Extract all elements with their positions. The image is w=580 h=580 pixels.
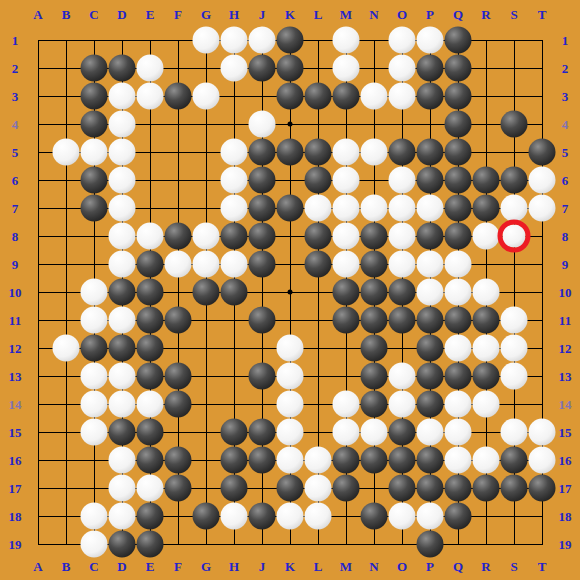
black-stone[interactable] — [137, 447, 164, 474]
black-stone[interactable] — [221, 447, 248, 474]
white-stone[interactable] — [277, 335, 304, 362]
black-stone[interactable] — [193, 503, 220, 530]
white-stone[interactable] — [53, 139, 80, 166]
row-label: 10 — [9, 286, 22, 299]
column-label: M — [340, 8, 352, 21]
white-stone[interactable] — [193, 83, 220, 110]
black-stone[interactable] — [445, 83, 472, 110]
white-stone[interactable] — [81, 279, 108, 306]
black-stone[interactable] — [165, 475, 192, 502]
black-stone[interactable] — [417, 335, 444, 362]
white-stone[interactable] — [81, 531, 108, 558]
column-label: R — [481, 560, 490, 573]
white-stone[interactable] — [473, 279, 500, 306]
white-stone[interactable] — [417, 195, 444, 222]
column-label: R — [481, 8, 490, 21]
white-stone[interactable] — [81, 391, 108, 418]
black-stone[interactable] — [389, 475, 416, 502]
black-stone[interactable] — [277, 55, 304, 82]
column-label: B — [62, 560, 71, 573]
white-stone[interactable] — [81, 503, 108, 530]
column-label: P — [426, 8, 434, 21]
black-stone[interactable] — [473, 195, 500, 222]
white-stone[interactable] — [305, 447, 332, 474]
white-stone[interactable] — [361, 195, 388, 222]
white-stone[interactable] — [389, 55, 416, 82]
row-label: 2 — [562, 62, 569, 75]
row-label: 1 — [562, 34, 569, 47]
black-stone[interactable] — [221, 279, 248, 306]
white-stone[interactable] — [221, 27, 248, 54]
black-stone[interactable] — [221, 419, 248, 446]
white-stone[interactable] — [389, 83, 416, 110]
row-label: 3 — [12, 90, 19, 103]
white-stone[interactable] — [417, 503, 444, 530]
column-label: A — [33, 560, 42, 573]
column-label: E — [146, 8, 155, 21]
black-stone[interactable] — [417, 475, 444, 502]
black-stone[interactable] — [305, 139, 332, 166]
white-stone[interactable] — [361, 139, 388, 166]
black-stone[interactable] — [305, 83, 332, 110]
column-label: Q — [453, 560, 463, 573]
row-label: 8 — [562, 230, 569, 243]
white-stone[interactable] — [389, 363, 416, 390]
black-stone[interactable] — [417, 447, 444, 474]
row-label: 3 — [562, 90, 569, 103]
white-stone[interactable] — [221, 195, 248, 222]
black-stone[interactable] — [445, 139, 472, 166]
black-stone[interactable] — [305, 167, 332, 194]
black-stone[interactable] — [473, 475, 500, 502]
white-stone[interactable] — [473, 391, 500, 418]
column-label: C — [89, 560, 98, 573]
white-stone[interactable] — [389, 195, 416, 222]
black-stone[interactable] — [81, 83, 108, 110]
black-stone[interactable] — [501, 447, 528, 474]
white-stone[interactable] — [333, 391, 360, 418]
white-stone[interactable] — [277, 363, 304, 390]
white-stone[interactable] — [445, 391, 472, 418]
column-label: B — [62, 8, 71, 21]
white-stone[interactable] — [277, 503, 304, 530]
row-label: 7 — [562, 202, 569, 215]
white-stone[interactable] — [221, 167, 248, 194]
black-stone[interactable] — [473, 167, 500, 194]
column-label: S — [510, 560, 517, 573]
row-label: 5 — [12, 146, 19, 159]
black-stone[interactable] — [417, 307, 444, 334]
black-stone[interactable] — [109, 335, 136, 362]
star-point-icon — [288, 290, 293, 295]
black-stone[interactable] — [277, 83, 304, 110]
white-stone[interactable] — [389, 27, 416, 54]
black-stone[interactable] — [333, 475, 360, 502]
row-label: 17 — [559, 482, 572, 495]
black-stone[interactable] — [361, 335, 388, 362]
white-stone[interactable] — [473, 223, 500, 250]
black-stone[interactable] — [137, 251, 164, 278]
row-label: 12 — [559, 342, 572, 355]
column-label: D — [117, 8, 126, 21]
white-stone[interactable] — [333, 27, 360, 54]
black-stone[interactable] — [445, 167, 472, 194]
row-label: 18 — [559, 510, 572, 523]
black-stone[interactable] — [305, 223, 332, 250]
column-label: D — [117, 560, 126, 573]
white-stone[interactable] — [333, 195, 360, 222]
white-stone[interactable] — [529, 447, 556, 474]
black-stone[interactable] — [389, 419, 416, 446]
row-label: 14 — [9, 398, 22, 411]
white-stone[interactable] — [109, 447, 136, 474]
black-stone[interactable] — [417, 139, 444, 166]
black-stone[interactable] — [137, 503, 164, 530]
white-stone[interactable] — [501, 307, 528, 334]
black-stone[interactable] — [417, 363, 444, 390]
white-stone[interactable] — [389, 167, 416, 194]
black-stone[interactable] — [249, 167, 276, 194]
black-stone[interactable] — [389, 279, 416, 306]
black-stone[interactable] — [333, 83, 360, 110]
white-stone[interactable] — [501, 335, 528, 362]
column-label: N — [369, 8, 378, 21]
white-stone[interactable] — [501, 195, 528, 222]
white-stone[interactable] — [109, 83, 136, 110]
white-stone[interactable] — [529, 167, 556, 194]
white-stone[interactable] — [445, 251, 472, 278]
white-stone[interactable] — [445, 279, 472, 306]
black-stone[interactable] — [277, 195, 304, 222]
row-label: 16 — [9, 454, 22, 467]
column-label: H — [229, 560, 239, 573]
black-stone[interactable] — [137, 307, 164, 334]
row-label: 14 — [559, 398, 572, 411]
white-stone[interactable] — [109, 139, 136, 166]
black-stone[interactable] — [81, 111, 108, 138]
row-label: 6 — [562, 174, 569, 187]
black-stone[interactable] — [81, 55, 108, 82]
black-stone[interactable] — [389, 139, 416, 166]
white-stone[interactable] — [333, 223, 360, 250]
white-stone[interactable] — [137, 391, 164, 418]
row-label: 16 — [559, 454, 572, 467]
column-label: C — [89, 8, 98, 21]
row-label: 4 — [12, 118, 19, 131]
white-stone[interactable] — [109, 307, 136, 334]
black-stone[interactable] — [529, 139, 556, 166]
white-stone[interactable] — [193, 27, 220, 54]
white-stone[interactable] — [333, 167, 360, 194]
black-stone[interactable] — [529, 475, 556, 502]
black-stone[interactable] — [473, 363, 500, 390]
row-label: 12 — [9, 342, 22, 355]
black-stone[interactable] — [333, 279, 360, 306]
white-stone[interactable] — [361, 419, 388, 446]
white-stone[interactable] — [109, 391, 136, 418]
black-stone[interactable] — [137, 335, 164, 362]
white-stone[interactable] — [305, 195, 332, 222]
black-stone[interactable] — [249, 447, 276, 474]
black-stone[interactable] — [249, 195, 276, 222]
white-stone[interactable] — [277, 391, 304, 418]
black-stone[interactable] — [417, 223, 444, 250]
white-stone[interactable] — [417, 419, 444, 446]
column-label: H — [229, 8, 239, 21]
black-stone[interactable] — [109, 55, 136, 82]
column-label: F — [174, 8, 182, 21]
white-stone[interactable] — [417, 27, 444, 54]
black-stone[interactable] — [277, 475, 304, 502]
row-label: 19 — [9, 538, 22, 551]
black-stone[interactable] — [417, 391, 444, 418]
column-label: P — [426, 560, 434, 573]
black-stone[interactable] — [277, 139, 304, 166]
row-label: 15 — [559, 426, 572, 439]
white-stone[interactable] — [361, 83, 388, 110]
black-stone[interactable] — [361, 363, 388, 390]
column-label: A — [33, 8, 42, 21]
column-label: J — [259, 560, 266, 573]
white-stone[interactable] — [389, 223, 416, 250]
white-stone[interactable] — [221, 139, 248, 166]
black-stone[interactable] — [137, 419, 164, 446]
white-stone[interactable] — [137, 475, 164, 502]
row-label: 13 — [9, 370, 22, 383]
white-stone[interactable] — [333, 251, 360, 278]
black-stone[interactable] — [249, 363, 276, 390]
white-stone[interactable] — [389, 503, 416, 530]
black-stone[interactable] — [165, 447, 192, 474]
white-stone[interactable] — [165, 251, 192, 278]
column-label: N — [369, 560, 378, 573]
row-label: 9 — [562, 258, 569, 271]
black-stone[interactable] — [165, 83, 192, 110]
black-stone[interactable] — [249, 419, 276, 446]
row-label: 5 — [562, 146, 569, 159]
black-stone[interactable] — [221, 475, 248, 502]
black-stone[interactable] — [305, 251, 332, 278]
white-stone[interactable] — [473, 447, 500, 474]
white-stone[interactable] — [109, 223, 136, 250]
white-stone[interactable] — [249, 27, 276, 54]
column-label: T — [538, 8, 547, 21]
white-stone[interactable] — [333, 55, 360, 82]
white-stone[interactable] — [417, 251, 444, 278]
column-label: G — [201, 560, 211, 573]
row-label: 6 — [12, 174, 19, 187]
row-label: 19 — [559, 538, 572, 551]
row-label: 17 — [9, 482, 22, 495]
column-label: J — [259, 8, 266, 21]
row-label: 13 — [559, 370, 572, 383]
black-stone[interactable] — [221, 223, 248, 250]
black-stone[interactable] — [165, 223, 192, 250]
last-move-stone[interactable] — [498, 220, 531, 253]
white-stone[interactable] — [333, 139, 360, 166]
black-stone[interactable] — [417, 531, 444, 558]
black-stone[interactable] — [81, 167, 108, 194]
white-stone[interactable] — [277, 419, 304, 446]
white-stone[interactable] — [53, 335, 80, 362]
black-stone[interactable] — [361, 307, 388, 334]
white-stone[interactable] — [81, 307, 108, 334]
white-stone[interactable] — [417, 279, 444, 306]
white-stone[interactable] — [501, 363, 528, 390]
black-stone[interactable] — [249, 223, 276, 250]
black-stone[interactable] — [473, 307, 500, 334]
column-label: L — [314, 560, 323, 573]
black-stone[interactable] — [249, 503, 276, 530]
black-stone[interactable] — [249, 55, 276, 82]
column-label: G — [201, 8, 211, 21]
black-stone[interactable] — [81, 335, 108, 362]
white-stone[interactable] — [389, 251, 416, 278]
white-stone[interactable] — [109, 251, 136, 278]
row-label: 10 — [559, 286, 572, 299]
column-label: O — [397, 560, 407, 573]
white-stone[interactable] — [137, 55, 164, 82]
row-label: 8 — [12, 230, 19, 243]
white-stone[interactable] — [109, 167, 136, 194]
row-label: 11 — [9, 314, 21, 327]
black-stone[interactable] — [445, 307, 472, 334]
white-stone[interactable] — [221, 251, 248, 278]
column-label: K — [285, 560, 295, 573]
row-label: 7 — [12, 202, 19, 215]
white-stone[interactable] — [193, 251, 220, 278]
white-stone[interactable] — [109, 475, 136, 502]
black-stone[interactable] — [445, 55, 472, 82]
white-stone[interactable] — [445, 447, 472, 474]
row-label: 2 — [12, 62, 19, 75]
black-stone[interactable] — [501, 475, 528, 502]
black-stone[interactable] — [81, 195, 108, 222]
black-stone[interactable] — [361, 447, 388, 474]
black-stone[interactable] — [361, 251, 388, 278]
column-label: S — [510, 8, 517, 21]
black-stone[interactable] — [333, 447, 360, 474]
column-label: K — [285, 8, 295, 21]
black-stone[interactable] — [501, 167, 528, 194]
black-stone[interactable] — [445, 195, 472, 222]
black-stone[interactable] — [165, 363, 192, 390]
black-stone[interactable] — [417, 167, 444, 194]
black-stone[interactable] — [389, 307, 416, 334]
white-stone[interactable] — [109, 111, 136, 138]
black-stone[interactable] — [445, 27, 472, 54]
black-stone[interactable] — [193, 279, 220, 306]
column-label: F — [174, 560, 182, 573]
black-stone[interactable] — [249, 307, 276, 334]
white-stone[interactable] — [529, 195, 556, 222]
column-label: T — [538, 560, 547, 573]
row-label: 1 — [12, 34, 19, 47]
white-stone[interactable] — [501, 419, 528, 446]
white-stone[interactable] — [137, 223, 164, 250]
white-stone[interactable] — [221, 503, 248, 530]
black-stone[interactable] — [389, 447, 416, 474]
black-stone[interactable] — [361, 391, 388, 418]
black-stone[interactable] — [109, 531, 136, 558]
row-label: 15 — [9, 426, 22, 439]
black-stone[interactable] — [277, 27, 304, 54]
white-stone[interactable] — [193, 223, 220, 250]
column-label: E — [146, 560, 155, 573]
column-label: M — [340, 560, 352, 573]
go-board[interactable]: AABBCCDDEEFFGGHHJJKKLLMMNNOOPPQQRRSSTT11… — [0, 0, 580, 580]
white-stone[interactable] — [529, 419, 556, 446]
black-stone[interactable] — [109, 419, 136, 446]
column-label: O — [397, 8, 407, 21]
white-stone[interactable] — [81, 363, 108, 390]
black-stone[interactable] — [137, 363, 164, 390]
star-point-icon — [288, 122, 293, 127]
white-stone[interactable] — [305, 475, 332, 502]
black-stone[interactable] — [137, 279, 164, 306]
white-stone[interactable] — [277, 447, 304, 474]
black-stone[interactable] — [445, 111, 472, 138]
white-stone[interactable] — [305, 503, 332, 530]
black-stone[interactable] — [501, 111, 528, 138]
black-stone[interactable] — [137, 531, 164, 558]
black-stone[interactable] — [445, 363, 472, 390]
white-stone[interactable] — [109, 503, 136, 530]
black-stone[interactable] — [361, 223, 388, 250]
white-stone[interactable] — [81, 139, 108, 166]
black-stone[interactable] — [445, 475, 472, 502]
white-stone[interactable] — [109, 195, 136, 222]
white-stone[interactable] — [81, 419, 108, 446]
white-stone[interactable] — [333, 419, 360, 446]
row-label: 18 — [9, 510, 22, 523]
row-label: 9 — [12, 258, 19, 271]
black-stone[interactable] — [417, 55, 444, 82]
black-stone[interactable] — [361, 279, 388, 306]
black-stone[interactable] — [109, 279, 136, 306]
column-label: L — [314, 8, 323, 21]
white-stone[interactable] — [249, 111, 276, 138]
black-stone[interactable] — [361, 503, 388, 530]
white-stone[interactable] — [445, 419, 472, 446]
row-label: 4 — [562, 118, 569, 131]
black-stone[interactable] — [417, 83, 444, 110]
black-stone[interactable] — [333, 307, 360, 334]
black-stone[interactable] — [165, 391, 192, 418]
black-stone[interactable] — [249, 139, 276, 166]
black-stone[interactable] — [445, 223, 472, 250]
column-label: Q — [453, 8, 463, 21]
black-stone[interactable] — [249, 251, 276, 278]
white-stone[interactable] — [137, 83, 164, 110]
white-stone[interactable] — [389, 391, 416, 418]
white-stone[interactable] — [445, 335, 472, 362]
black-stone[interactable] — [165, 307, 192, 334]
white-stone[interactable] — [109, 363, 136, 390]
white-stone[interactable] — [221, 55, 248, 82]
white-stone[interactable] — [473, 335, 500, 362]
row-label: 11 — [559, 314, 571, 327]
black-stone[interactable] — [445, 503, 472, 530]
